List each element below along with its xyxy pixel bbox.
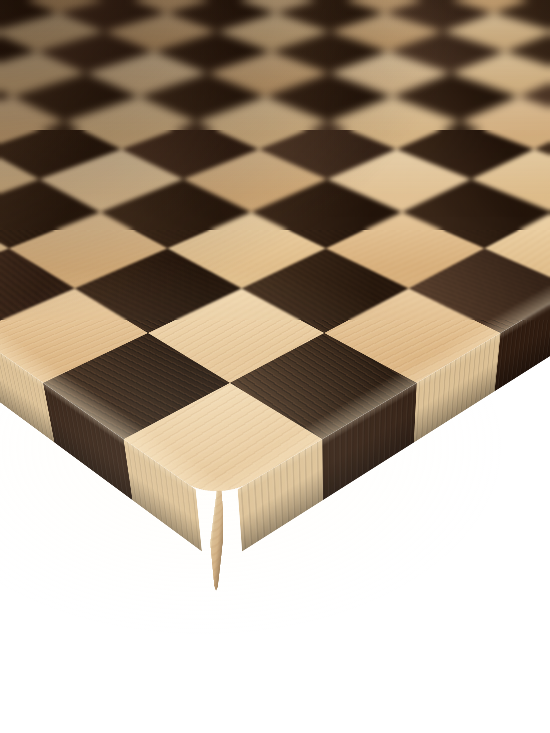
chessboard-photo: Close-up photograph of the corner of an … [0,0,550,733]
